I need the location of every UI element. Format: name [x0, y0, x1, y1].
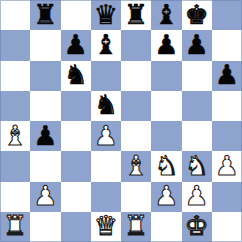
square-d1[interactable]: ♛: [91, 212, 121, 242]
white-pawn-g2: ♟: [185, 182, 209, 209]
square-f5[interactable]: [151, 91, 181, 121]
square-c7[interactable]: ♟: [61, 30, 91, 60]
black-knight-c6: ♞: [64, 61, 88, 88]
chess-board: ♜♛♜♝♚♟♝♟♟♞♟♞♝♟♟♝♞♞♟♟♟♟♜♛♜♚: [0, 0, 242, 242]
square-d2[interactable]: [91, 182, 121, 212]
square-f2[interactable]: ♟: [151, 182, 181, 212]
white-bishop-a4: ♝: [3, 122, 27, 149]
square-a3[interactable]: [0, 151, 30, 181]
square-f4[interactable]: [151, 121, 181, 151]
white-rook-a1: ♜: [3, 212, 27, 239]
square-h7[interactable]: [212, 30, 242, 60]
square-b2[interactable]: ♟: [30, 182, 60, 212]
square-e5[interactable]: [121, 91, 151, 121]
square-b4[interactable]: ♟: [30, 121, 60, 151]
square-h5[interactable]: [212, 91, 242, 121]
white-pawn-b2: ♟: [33, 182, 57, 209]
square-c8[interactable]: [61, 0, 91, 30]
white-knight-g3: ♞: [185, 152, 209, 179]
square-c4[interactable]: [61, 121, 91, 151]
square-h6[interactable]: ♟: [212, 61, 242, 91]
square-f8[interactable]: ♝: [151, 0, 181, 30]
square-a6[interactable]: [0, 61, 30, 91]
square-e3[interactable]: ♝: [121, 151, 151, 181]
square-h2[interactable]: [212, 182, 242, 212]
black-pawn-g7: ♟: [185, 31, 209, 58]
square-h3[interactable]: ♟: [212, 151, 242, 181]
square-a5[interactable]: [0, 91, 30, 121]
square-a2[interactable]: [0, 182, 30, 212]
black-bishop-f8: ♝: [154, 1, 178, 28]
white-knight-f3: ♞: [154, 152, 178, 179]
square-a1[interactable]: ♜: [0, 212, 30, 242]
square-a4[interactable]: ♝: [0, 121, 30, 151]
square-g3[interactable]: ♞: [182, 151, 212, 181]
square-f1[interactable]: [151, 212, 181, 242]
square-a7[interactable]: [0, 30, 30, 60]
black-pawn-b4: ♟: [33, 122, 57, 149]
black-king-g8: ♚: [185, 1, 209, 28]
black-knight-d5: ♞: [94, 91, 118, 118]
square-c2[interactable]: [61, 182, 91, 212]
square-h8[interactable]: [212, 0, 242, 30]
square-e8[interactable]: ♜: [121, 0, 151, 30]
black-bishop-d7: ♝: [94, 31, 118, 58]
square-f3[interactable]: ♞: [151, 151, 181, 181]
white-pawn-h3: ♟: [215, 152, 239, 179]
square-a8[interactable]: [0, 0, 30, 30]
white-bishop-e3: ♝: [124, 152, 148, 179]
square-g1[interactable]: ♚: [182, 212, 212, 242]
square-e4[interactable]: [121, 121, 151, 151]
square-c1[interactable]: [61, 212, 91, 242]
black-pawn-h6: ♟: [215, 61, 239, 88]
square-b1[interactable]: [30, 212, 60, 242]
square-g7[interactable]: ♟: [182, 30, 212, 60]
square-d3[interactable]: [91, 151, 121, 181]
square-b3[interactable]: [30, 151, 60, 181]
white-king-g1: ♚: [185, 212, 209, 239]
white-rook-e1: ♜: [124, 212, 148, 239]
white-pawn-f2: ♟: [154, 182, 178, 209]
black-queen-d8: ♛: [94, 1, 118, 28]
square-b8[interactable]: ♜: [30, 0, 60, 30]
square-e2[interactable]: [121, 182, 151, 212]
white-pawn-d4: ♟: [94, 122, 118, 149]
square-b5[interactable]: [30, 91, 60, 121]
square-g6[interactable]: [182, 61, 212, 91]
square-d8[interactable]: ♛: [91, 0, 121, 30]
square-h4[interactable]: [212, 121, 242, 151]
square-g5[interactable]: [182, 91, 212, 121]
square-c5[interactable]: [61, 91, 91, 121]
square-g2[interactable]: ♟: [182, 182, 212, 212]
square-d6[interactable]: [91, 61, 121, 91]
square-d7[interactable]: ♝: [91, 30, 121, 60]
white-queen-d1: ♛: [94, 212, 118, 239]
square-e7[interactable]: [121, 30, 151, 60]
square-b7[interactable]: [30, 30, 60, 60]
square-c6[interactable]: ♞: [61, 61, 91, 91]
black-pawn-f7: ♟: [154, 31, 178, 58]
square-e1[interactable]: ♜: [121, 212, 151, 242]
square-d4[interactable]: ♟: [91, 121, 121, 151]
square-b6[interactable]: [30, 61, 60, 91]
square-f7[interactable]: ♟: [151, 30, 181, 60]
square-f6[interactable]: [151, 61, 181, 91]
square-h1[interactable]: [212, 212, 242, 242]
square-e6[interactable]: [121, 61, 151, 91]
square-c3[interactable]: [61, 151, 91, 181]
black-rook-b8: ♜: [33, 1, 57, 28]
square-g4[interactable]: [182, 121, 212, 151]
black-rook-e8: ♜: [124, 1, 148, 28]
square-d5[interactable]: ♞: [91, 91, 121, 121]
square-g8[interactable]: ♚: [182, 0, 212, 30]
black-pawn-c7: ♟: [64, 31, 88, 58]
